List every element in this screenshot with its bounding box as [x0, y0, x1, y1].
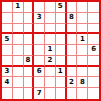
cell-r7c5[interactable] — [45, 67, 56, 78]
cell-r7c3[interactable] — [24, 67, 35, 78]
cell-r5c9[interactable]: 6 — [88, 45, 99, 56]
cell-r8c9[interactable] — [88, 77, 99, 88]
cell-r9c1[interactable] — [2, 88, 13, 99]
cell-r7c8[interactable] — [77, 67, 88, 78]
cell-r8c5[interactable] — [45, 77, 56, 88]
cell-r9c5[interactable] — [45, 88, 56, 99]
cell-r1c1[interactable] — [2, 2, 13, 13]
cell-r7c6[interactable]: 1 — [56, 67, 67, 78]
cell-r6c9[interactable] — [88, 56, 99, 67]
cell-r1c3[interactable] — [24, 2, 35, 13]
cell-r1c9[interactable] — [88, 2, 99, 13]
cell-r4c3[interactable] — [24, 34, 35, 45]
cell-r6c7[interactable] — [67, 56, 78, 67]
cell-r5c4[interactable] — [34, 45, 45, 56]
cell-r3c7[interactable] — [67, 24, 78, 35]
cell-r1c5[interactable] — [45, 2, 56, 13]
cell-r3c9[interactable] — [88, 24, 99, 35]
cell-r1c2[interactable]: 1 — [13, 2, 24, 13]
cell-r7c7[interactable] — [67, 67, 78, 78]
cell-r4c5[interactable] — [45, 34, 56, 45]
cell-r7c1[interactable]: 3 — [2, 67, 13, 78]
cell-r8c8[interactable]: 8 — [77, 77, 88, 88]
cell-r1c7[interactable] — [67, 2, 78, 13]
cell-r9c3[interactable] — [24, 88, 35, 99]
cell-r4c2[interactable] — [13, 34, 24, 45]
cell-r4c4[interactable] — [34, 34, 45, 45]
cell-r6c6[interactable] — [56, 56, 67, 67]
cell-r5c1[interactable] — [2, 45, 13, 56]
cell-r8c2[interactable] — [13, 77, 24, 88]
cell-r2c5[interactable] — [45, 13, 56, 24]
cell-r5c7[interactable] — [67, 45, 78, 56]
cell-r9c8[interactable] — [77, 88, 88, 99]
cell-r1c6[interactable]: 5 — [56, 2, 67, 13]
cell-r1c4[interactable] — [34, 2, 45, 13]
cell-r6c3[interactable]: 8 — [24, 56, 35, 67]
cell-r9c6[interactable] — [56, 88, 67, 99]
cell-r8c1[interactable]: 4 — [2, 77, 13, 88]
cell-r7c4[interactable]: 6 — [34, 67, 45, 78]
cell-r8c3[interactable] — [24, 77, 35, 88]
cell-r6c8[interactable] — [77, 56, 88, 67]
cell-r2c3[interactable] — [24, 13, 35, 24]
cell-r8c6[interactable] — [56, 77, 67, 88]
cell-r8c4[interactable] — [34, 77, 45, 88]
cell-r3c1[interactable] — [2, 24, 13, 35]
cell-r1c8[interactable] — [77, 2, 88, 13]
cell-r4c1[interactable]: 5 — [2, 34, 13, 45]
cell-r6c2[interactable] — [13, 56, 24, 67]
cell-r4c8[interactable]: 1 — [77, 34, 88, 45]
cell-r6c1[interactable] — [2, 56, 13, 67]
cell-r3c3[interactable] — [24, 24, 35, 35]
cell-r8c7[interactable]: 2 — [67, 77, 78, 88]
cell-r4c6[interactable] — [56, 34, 67, 45]
cell-r7c9[interactable] — [88, 67, 99, 78]
sudoku-board: 15385116823614287 — [0, 0, 101, 101]
cell-r4c7[interactable] — [67, 34, 78, 45]
cell-r3c5[interactable] — [45, 24, 56, 35]
cell-r2c8[interactable] — [77, 13, 88, 24]
cell-r7c2[interactable] — [13, 67, 24, 78]
cell-r2c9[interactable] — [88, 13, 99, 24]
cell-r5c6[interactable] — [56, 45, 67, 56]
cell-r2c6[interactable] — [56, 13, 67, 24]
cell-r5c2[interactable] — [13, 45, 24, 56]
cell-r3c2[interactable] — [13, 24, 24, 35]
cell-r4c9[interactable] — [88, 34, 99, 45]
cell-r9c4[interactable]: 7 — [34, 88, 45, 99]
cell-r3c4[interactable] — [34, 24, 45, 35]
cell-r6c4[interactable] — [34, 56, 45, 67]
cell-r9c9[interactable] — [88, 88, 99, 99]
cell-r9c7[interactable] — [67, 88, 78, 99]
cell-r5c5[interactable]: 1 — [45, 45, 56, 56]
cell-r2c4[interactable]: 3 — [34, 13, 45, 24]
cell-r2c2[interactable] — [13, 13, 24, 24]
cell-r5c3[interactable] — [24, 45, 35, 56]
cell-r2c1[interactable] — [2, 13, 13, 24]
cell-r3c6[interactable] — [56, 24, 67, 35]
cell-r9c2[interactable] — [13, 88, 24, 99]
cell-r3c8[interactable] — [77, 24, 88, 35]
cell-r2c7[interactable]: 8 — [67, 13, 78, 24]
cell-r5c8[interactable] — [77, 45, 88, 56]
cell-r6c5[interactable]: 2 — [45, 56, 56, 67]
